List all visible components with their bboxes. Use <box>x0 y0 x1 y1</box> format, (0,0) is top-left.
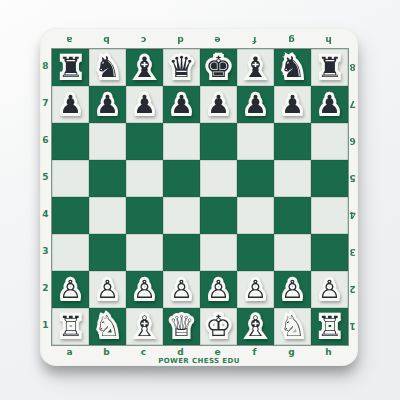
rank-label-left-7: 7 <box>40 85 51 122</box>
piece-glyph: ♙ <box>59 275 81 304</box>
square-b2[interactable]: ♙♙ <box>89 271 126 308</box>
square-h4[interactable] <box>311 197 348 234</box>
file-label-top-f: f <box>236 33 273 47</box>
piece-glyph: ♛ <box>169 50 195 84</box>
rank-label-left-2: 2 <box>40 270 51 307</box>
piece-white-pawn[interactable]: ♙♙ <box>52 271 89 308</box>
square-e2[interactable]: ♙♙ <box>200 271 237 308</box>
square-f6[interactable] <box>237 123 274 160</box>
piece-glyph: ♙ <box>133 275 155 304</box>
piece-glyph: ♞ <box>280 50 306 84</box>
square-b4[interactable] <box>89 197 126 234</box>
file-label-top-e: e <box>199 33 236 47</box>
square-h1[interactable]: ♖♖ <box>311 308 348 345</box>
piece-black-pawn[interactable]: ♟♟ <box>200 86 237 123</box>
piece-black-knight[interactable]: ♞♞ <box>89 49 126 86</box>
rank-label-right-3: 3 <box>347 233 358 270</box>
square-a4[interactable] <box>52 197 89 234</box>
file-labels-top: abcdefgh <box>51 33 347 47</box>
piece-glyph: ♟ <box>207 90 229 119</box>
square-g2[interactable]: ♙♙ <box>274 271 311 308</box>
piece-white-pawn[interactable]: ♙♙ <box>237 271 274 308</box>
square-d3[interactable] <box>163 234 200 271</box>
square-h3[interactable] <box>311 234 348 271</box>
square-d8[interactable]: ♛♛ <box>163 49 200 86</box>
piece-glyph: ♝ <box>243 51 268 84</box>
piece-glyph: ♙ <box>244 275 266 304</box>
square-d4[interactable] <box>163 197 200 234</box>
file-label-top-g: g <box>273 33 310 47</box>
piece-white-bishop[interactable]: ♗♗ <box>237 308 274 345</box>
rank-label-right-4: 4 <box>347 196 358 233</box>
square-c5[interactable] <box>126 160 163 197</box>
piece-white-rook[interactable]: ♖♖ <box>52 308 89 345</box>
piece-glyph: ♙ <box>207 275 229 304</box>
piece-glyph: ♜ <box>58 51 83 84</box>
square-b8[interactable]: ♞♞ <box>89 49 126 86</box>
square-a3[interactable] <box>52 234 89 271</box>
rank-label-left-1: 1 <box>40 307 51 344</box>
square-b1[interactable]: ♘♘ <box>89 308 126 345</box>
square-h2[interactable]: ♙♙ <box>311 271 348 308</box>
square-a2[interactable]: ♙♙ <box>52 271 89 308</box>
piece-glyph: ♖ <box>58 310 83 343</box>
square-h7[interactable]: ♟♟ <box>311 86 348 123</box>
piece-glyph: ♟ <box>281 90 303 119</box>
square-b6[interactable] <box>89 123 126 160</box>
piece-white-bishop[interactable]: ♗♗ <box>126 308 163 345</box>
square-g4[interactable] <box>274 197 311 234</box>
square-c3[interactable] <box>126 234 163 271</box>
piece-glyph: ♟ <box>133 90 155 119</box>
piece-white-knight[interactable]: ♘♘ <box>89 308 126 345</box>
rank-label-right-8: 8 <box>347 48 358 85</box>
file-label-top-c: c <box>125 33 162 47</box>
piece-glyph: ♟ <box>59 90 81 119</box>
rank-label-right-5: 5 <box>347 159 358 196</box>
piece-black-rook[interactable]: ♜♜ <box>52 49 89 86</box>
square-f3[interactable] <box>237 234 274 271</box>
piece-white-pawn[interactable]: ♙♙ <box>89 271 126 308</box>
rank-label-right-2: 2 <box>347 270 358 307</box>
piece-glyph: ♘ <box>280 309 306 343</box>
piece-glyph: ♟ <box>170 90 192 119</box>
square-b3[interactable] <box>89 234 126 271</box>
square-e6[interactable] <box>200 123 237 160</box>
square-a7[interactable]: ♟♟ <box>52 86 89 123</box>
piece-glyph: ♟ <box>318 90 340 119</box>
square-d5[interactable] <box>163 160 200 197</box>
square-b7[interactable]: ♟♟ <box>89 86 126 123</box>
square-a8[interactable]: ♜♜ <box>52 49 89 86</box>
rank-label-left-5: 5 <box>40 159 51 196</box>
square-g5[interactable] <box>274 160 311 197</box>
piece-white-pawn[interactable]: ♙♙ <box>126 271 163 308</box>
piece-white-pawn[interactable]: ♙♙ <box>311 271 348 308</box>
square-f8[interactable]: ♝♝ <box>237 49 274 86</box>
piece-black-pawn[interactable]: ♟♟ <box>311 86 348 123</box>
square-e5[interactable] <box>200 160 237 197</box>
piece-glyph: ♞ <box>95 50 121 84</box>
piece-black-pawn[interactable]: ♟♟ <box>274 86 311 123</box>
square-f4[interactable] <box>237 197 274 234</box>
square-d7[interactable]: ♟♟ <box>163 86 200 123</box>
piece-black-pawn[interactable]: ♟♟ <box>163 86 200 123</box>
square-c7[interactable]: ♟♟ <box>126 86 163 123</box>
piece-glyph: ♙ <box>281 275 303 304</box>
square-e8[interactable]: ♚♚ <box>200 49 237 86</box>
square-c2[interactable]: ♙♙ <box>126 271 163 308</box>
piece-glyph: ♙ <box>96 275 118 304</box>
piece-white-knight[interactable]: ♘♘ <box>274 308 311 345</box>
piece-black-bishop[interactable]: ♝♝ <box>126 49 163 86</box>
square-h8[interactable]: ♜♜ <box>311 49 348 86</box>
piece-glyph: ♕ <box>169 309 195 343</box>
rank-label-left-8: 8 <box>40 48 51 85</box>
square-g1[interactable]: ♘♘ <box>274 308 311 345</box>
piece-black-knight[interactable]: ♞♞ <box>274 49 311 86</box>
piece-black-queen[interactable]: ♛♛ <box>163 49 200 86</box>
piece-glyph: ♗ <box>243 310 268 343</box>
piece-black-bishop[interactable]: ♝♝ <box>237 49 274 86</box>
piece-glyph: ♝ <box>132 51 157 84</box>
rank-labels-right: 87654321 <box>347 48 358 344</box>
square-e1[interactable]: ♔♔ <box>200 308 237 345</box>
piece-glyph: ♔ <box>206 309 232 343</box>
file-label-top-b: b <box>88 33 125 47</box>
square-d2[interactable]: ♙♙ <box>163 271 200 308</box>
piece-white-pawn[interactable]: ♙♙ <box>200 271 237 308</box>
piece-black-pawn[interactable]: ♟♟ <box>126 86 163 123</box>
square-d6[interactable] <box>163 123 200 160</box>
rank-label-left-6: 6 <box>40 122 51 159</box>
square-e4[interactable] <box>200 197 237 234</box>
square-g7[interactable]: ♟♟ <box>274 86 311 123</box>
piece-black-pawn[interactable]: ♟♟ <box>52 86 89 123</box>
piece-glyph: ♟ <box>96 90 118 119</box>
piece-black-rook[interactable]: ♜♜ <box>311 49 348 86</box>
piece-white-pawn[interactable]: ♙♙ <box>163 271 200 308</box>
square-g6[interactable] <box>274 123 311 160</box>
piece-glyph: ♗ <box>132 310 157 343</box>
rank-label-right-7: 7 <box>347 85 358 122</box>
rank-label-left-3: 3 <box>40 233 51 270</box>
square-c8[interactable]: ♝♝ <box>126 49 163 86</box>
rank-labels-left: 87654321 <box>40 48 51 344</box>
piece-black-pawn[interactable]: ♟♟ <box>237 86 274 123</box>
square-c6[interactable] <box>126 123 163 160</box>
piece-white-pawn[interactable]: ♙♙ <box>274 271 311 308</box>
file-label-top-h: h <box>310 33 347 47</box>
rank-label-right-6: 6 <box>347 122 358 159</box>
square-d1[interactable]: ♕♕ <box>163 308 200 345</box>
piece-white-king[interactable]: ♔♔ <box>200 308 237 345</box>
piece-white-rook[interactable]: ♖♖ <box>311 308 348 345</box>
piece-glyph: ♘ <box>95 309 121 343</box>
square-f1[interactable]: ♗♗ <box>237 308 274 345</box>
piece-glyph: ♙ <box>170 275 192 304</box>
square-e3[interactable] <box>200 234 237 271</box>
rank-label-left-4: 4 <box>40 196 51 233</box>
piece-black-king[interactable]: ♚♚ <box>200 49 237 86</box>
square-b5[interactable] <box>89 160 126 197</box>
square-a1[interactable]: ♖♖ <box>52 308 89 345</box>
rank-label-right-1: 1 <box>347 307 358 344</box>
piece-white-queen[interactable]: ♕♕ <box>163 308 200 345</box>
square-f7[interactable]: ♟♟ <box>237 86 274 123</box>
file-label-top-d: d <box>162 33 199 47</box>
chess-mat: abcdefgh 87654321 ♜♜♞♞♝♝♛♛♚♚♝♝♞♞♜♜♟♟♟♟♟♟… <box>40 28 358 366</box>
piece-glyph: ♜ <box>317 51 342 84</box>
piece-glyph: ♟ <box>244 90 266 119</box>
square-g8[interactable]: ♞♞ <box>274 49 311 86</box>
file-label-top-a: a <box>51 33 88 47</box>
piece-glyph: ♙ <box>318 275 340 304</box>
square-g3[interactable] <box>274 234 311 271</box>
square-f2[interactable]: ♙♙ <box>237 271 274 308</box>
chess-board: ♜♜♞♞♝♝♛♛♚♚♝♝♞♞♜♜♟♟♟♟♟♟♟♟♟♟♟♟♟♟♟♟♙♙♙♙♙♙♙♙… <box>51 48 349 346</box>
square-a6[interactable] <box>52 123 89 160</box>
piece-glyph: ♖ <box>317 310 342 343</box>
square-a5[interactable] <box>52 160 89 197</box>
square-f5[interactable] <box>237 160 274 197</box>
square-c4[interactable] <box>126 197 163 234</box>
square-e7[interactable]: ♟♟ <box>200 86 237 123</box>
square-c1[interactable]: ♗♗ <box>126 308 163 345</box>
piece-black-pawn[interactable]: ♟♟ <box>89 86 126 123</box>
square-h5[interactable] <box>311 160 348 197</box>
square-h6[interactable] <box>311 123 348 160</box>
piece-glyph: ♚ <box>206 50 232 84</box>
brand-text: POWER CHESS EDU <box>40 357 358 366</box>
